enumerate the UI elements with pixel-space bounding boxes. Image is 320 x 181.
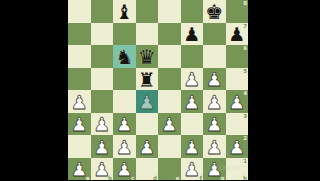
black-bishop[interactable]: ♝ bbox=[115, 2, 133, 22]
square-b6[interactable] bbox=[91, 45, 114, 68]
square-d5[interactable]: ♜ bbox=[136, 68, 159, 91]
square-g7[interactable] bbox=[203, 23, 226, 46]
white-pawn[interactable]: ♟ bbox=[206, 70, 223, 89]
video-frame: ♝♚8♟♟7♞♛6♜♟♟5♟♟♟♟♟4♟♟♟♟♟3♟♟♟♟♟♟2♟a♟b♟cde… bbox=[0, 0, 320, 180]
black-rook[interactable]: ♜ bbox=[138, 69, 156, 89]
file-label-h: h bbox=[243, 176, 247, 181]
square-e1[interactable]: e bbox=[158, 158, 181, 181]
rank-label-5: 5 bbox=[243, 69, 247, 75]
square-a7[interactable] bbox=[68, 23, 91, 46]
file-label-a: a bbox=[86, 176, 90, 181]
square-f1[interactable]: ♟f bbox=[181, 158, 204, 181]
square-a5[interactable] bbox=[68, 68, 91, 91]
black-queen[interactable]: ♛ bbox=[138, 47, 156, 67]
square-a6[interactable] bbox=[68, 45, 91, 68]
square-e2[interactable] bbox=[158, 135, 181, 158]
square-f6[interactable] bbox=[181, 45, 204, 68]
white-pawn[interactable]: ♟ bbox=[71, 115, 88, 134]
square-g2[interactable]: ♟ bbox=[203, 135, 226, 158]
square-e4[interactable] bbox=[158, 90, 181, 113]
square-c1[interactable]: ♟c bbox=[113, 158, 136, 181]
white-pawn[interactable]: ♟ bbox=[206, 92, 223, 111]
rank-label-7: 7 bbox=[243, 24, 247, 30]
square-d4[interactable]: ♟ bbox=[136, 90, 159, 113]
square-h5[interactable]: 5 bbox=[226, 68, 249, 91]
square-c2[interactable]: ♟ bbox=[113, 135, 136, 158]
square-d8[interactable] bbox=[136, 0, 159, 23]
letterbox-right bbox=[248, 0, 320, 180]
square-b7[interactable] bbox=[91, 23, 114, 46]
square-h3[interactable]: 3 bbox=[226, 113, 249, 136]
square-e8[interactable] bbox=[158, 0, 181, 23]
square-g8[interactable]: ♚ bbox=[203, 0, 226, 23]
square-e6[interactable] bbox=[158, 45, 181, 68]
square-d7[interactable] bbox=[136, 23, 159, 46]
rank-label-2: 2 bbox=[243, 136, 247, 142]
square-a8[interactable] bbox=[68, 0, 91, 23]
white-pawn[interactable]: ♟ bbox=[138, 137, 155, 156]
file-label-g: g bbox=[221, 176, 225, 181]
white-pawn[interactable]: ♟ bbox=[161, 115, 178, 134]
square-f2[interactable]: ♟ bbox=[181, 135, 204, 158]
square-h2[interactable]: ♟2 bbox=[226, 135, 249, 158]
white-pawn[interactable]: ♟ bbox=[183, 160, 200, 179]
rank-label-1: 1 bbox=[243, 159, 247, 165]
square-e7[interactable] bbox=[158, 23, 181, 46]
square-d1[interactable]: d bbox=[136, 158, 159, 181]
square-a1[interactable]: ♟a bbox=[68, 158, 91, 181]
chess-board: ♝♚8♟♟7♞♛6♜♟♟5♟♟♟♟♟4♟♟♟♟♟3♟♟♟♟♟♟2♟a♟b♟cde… bbox=[68, 0, 248, 180]
white-pawn-ghost[interactable]: ♟ bbox=[138, 92, 155, 111]
square-a2[interactable] bbox=[68, 135, 91, 158]
square-b5[interactable] bbox=[91, 68, 114, 91]
square-f8[interactable] bbox=[181, 0, 204, 23]
white-pawn[interactable]: ♟ bbox=[93, 115, 110, 134]
black-king[interactable]: ♚ bbox=[205, 2, 223, 22]
rank-label-3: 3 bbox=[243, 114, 247, 120]
watermark-text: ReQuint bbox=[211, 164, 239, 172]
square-h7[interactable]: ♟7 bbox=[226, 23, 249, 46]
black-knight[interactable]: ♞ bbox=[115, 47, 133, 67]
square-b2[interactable]: ♟ bbox=[91, 135, 114, 158]
square-e5[interactable] bbox=[158, 68, 181, 91]
file-label-b: b bbox=[108, 176, 112, 181]
rank-label-6: 6 bbox=[243, 46, 247, 52]
square-b8[interactable] bbox=[91, 0, 114, 23]
white-pawn[interactable]: ♟ bbox=[116, 160, 133, 179]
square-g5[interactable]: ♟ bbox=[203, 68, 226, 91]
square-g4[interactable]: ♟ bbox=[203, 90, 226, 113]
square-b4[interactable] bbox=[91, 90, 114, 113]
rank-label-4: 4 bbox=[243, 91, 247, 97]
square-h8[interactable]: 8 bbox=[226, 0, 249, 23]
square-a4[interactable]: ♟ bbox=[68, 90, 91, 113]
file-label-d: d bbox=[153, 176, 157, 181]
white-pawn[interactable]: ♟ bbox=[206, 115, 223, 134]
square-c5[interactable] bbox=[113, 68, 136, 91]
file-label-e: e bbox=[176, 176, 180, 181]
white-pawn[interactable]: ♟ bbox=[116, 115, 133, 134]
square-b1[interactable]: ♟b bbox=[91, 158, 114, 181]
white-pawn[interactable]: ♟ bbox=[183, 92, 200, 111]
letterbox-left bbox=[0, 0, 68, 180]
square-e3[interactable]: ♟ bbox=[158, 113, 181, 136]
square-f3[interactable] bbox=[181, 113, 204, 136]
white-pawn[interactable]: ♟ bbox=[71, 92, 88, 111]
square-b3[interactable]: ♟ bbox=[91, 113, 114, 136]
square-f7[interactable]: ♟ bbox=[181, 23, 204, 46]
square-c7[interactable] bbox=[113, 23, 136, 46]
square-a3[interactable]: ♟ bbox=[68, 113, 91, 136]
square-c8[interactable]: ♝ bbox=[113, 0, 136, 23]
square-g3[interactable]: ♟ bbox=[203, 113, 226, 136]
white-pawn[interactable]: ♟ bbox=[93, 137, 110, 156]
square-d2[interactable]: ♟ bbox=[136, 135, 159, 158]
rank-label-8: 8 bbox=[243, 1, 247, 7]
black-pawn[interactable]: ♟ bbox=[183, 25, 200, 44]
square-g6[interactable] bbox=[203, 45, 226, 68]
square-f4[interactable]: ♟ bbox=[181, 90, 204, 113]
square-c3[interactable]: ♟ bbox=[113, 113, 136, 136]
square-c4[interactable] bbox=[113, 90, 136, 113]
white-pawn[interactable]: ♟ bbox=[183, 137, 200, 156]
square-c6[interactable]: ♞ bbox=[113, 45, 136, 68]
square-h6[interactable]: 6 bbox=[226, 45, 249, 68]
square-d6[interactable]: ♛ bbox=[136, 45, 159, 68]
square-d3[interactable] bbox=[136, 113, 159, 136]
white-pawn[interactable]: ♟ bbox=[183, 70, 200, 89]
file-label-f: f bbox=[200, 176, 202, 181]
white-pawn[interactable]: ♟ bbox=[206, 137, 223, 156]
square-h4[interactable]: ♟4 bbox=[226, 90, 249, 113]
file-label-c: c bbox=[131, 176, 134, 181]
white-pawn[interactable]: ♟ bbox=[116, 137, 133, 156]
square-f5[interactable]: ♟ bbox=[181, 68, 204, 91]
